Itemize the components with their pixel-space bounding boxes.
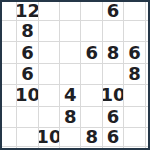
grid-cell-cutoff <box>103 147 124 148</box>
grid-cell-r5c4[interactable]: 4 <box>60 85 81 106</box>
grid-cell-r6c3[interactable] <box>39 107 60 128</box>
grid-cell-r1c2[interactable]: 12 <box>17 2 38 21</box>
grid-cell-r5c6[interactable]: 10 <box>103 85 124 106</box>
grid-cell-cutoff <box>146 2 148 21</box>
grid-cell-r3c2[interactable]: 6 <box>17 42 38 63</box>
grid-cell-r4c7[interactable]: 8 <box>124 64 146 85</box>
grid-cell-cutoff <box>146 64 148 85</box>
grid-cell-cutoff <box>60 147 81 148</box>
grid-cell-r3c7[interactable]: 6 <box>124 42 146 63</box>
grid-cell-r7c4[interactable] <box>60 128 81 147</box>
grid-cell-r6c7[interactable] <box>124 107 146 128</box>
grid-cell-r3c4[interactable] <box>60 42 81 63</box>
grid-cell-cutoff <box>17 147 38 148</box>
grid-cell-r5c7[interactable] <box>124 85 146 106</box>
grid-cell-r6c5[interactable] <box>81 107 102 128</box>
grid-cell-r3c3[interactable] <box>39 42 60 63</box>
grid-cell-r4c6[interactable] <box>103 64 124 85</box>
grid-cell-r4c2[interactable]: 6 <box>17 64 38 85</box>
grid-cell-r4c4[interactable] <box>60 64 81 85</box>
grid-cell-cutoff <box>146 42 148 63</box>
grid-cell-r2c6[interactable] <box>103 21 124 42</box>
grid-cell-r4c3[interactable] <box>39 64 60 85</box>
grid-cell-cutoff <box>146 85 148 106</box>
grid-cell-r5c3[interactable] <box>39 85 60 106</box>
grid-cell-r2c2[interactable]: 8 <box>17 21 38 42</box>
grid-cell-r3c6[interactable]: 8 <box>103 42 124 63</box>
grid-cell-r7c2[interactable] <box>17 128 38 147</box>
grid-cell-r7c6[interactable]: 6 <box>103 128 124 147</box>
grid-cell-r2c3[interactable] <box>39 21 60 42</box>
puzzle-frame: 126866866810410861086 <box>0 0 150 150</box>
grid-cell-r6c1[interactable] <box>2 107 17 128</box>
grid-cell-r3c1[interactable] <box>2 42 17 63</box>
grid-cell-r7c1[interactable] <box>2 128 17 147</box>
grid-cell-r1c4[interactable] <box>60 2 81 21</box>
grid-cell-cutoff <box>2 147 17 148</box>
puzzle-grid: 126866866810410861086 <box>2 2 148 148</box>
grid-cell-cutoff <box>146 21 148 42</box>
grid-cell-cutoff <box>146 128 148 147</box>
grid-cell-cutoff <box>146 107 148 128</box>
grid-cell-r7c3[interactable]: 10 <box>39 128 60 147</box>
grid-cell-r1c1[interactable] <box>2 2 17 21</box>
grid-cell-r5c1[interactable] <box>2 85 17 106</box>
grid-cell-r5c5[interactable] <box>81 85 102 106</box>
grid-cell-r3c5[interactable]: 6 <box>81 42 102 63</box>
grid-cell-r2c7[interactable] <box>124 21 146 42</box>
grid-cell-r7c5[interactable]: 8 <box>81 128 102 147</box>
grid-cell-r1c6[interactable]: 6 <box>103 2 124 21</box>
grid-cell-r2c5[interactable] <box>81 21 102 42</box>
grid-cell-r2c4[interactable] <box>60 21 81 42</box>
grid-cell-cutoff <box>39 147 60 148</box>
grid-cell-r4c5[interactable] <box>81 64 102 85</box>
grid-cell-r1c3[interactable] <box>39 2 60 21</box>
grid-cell-r6c6[interactable]: 6 <box>103 107 124 128</box>
grid-cell-r2c1[interactable] <box>2 21 17 42</box>
grid-cell-cutoff <box>146 147 148 148</box>
grid-cell-r1c5[interactable] <box>81 2 102 21</box>
grid-cell-r5c2[interactable]: 10 <box>17 85 38 106</box>
grid-cell-cutoff <box>124 147 146 148</box>
grid-cell-r1c7[interactable] <box>124 2 146 21</box>
grid-cell-r6c2[interactable] <box>17 107 38 128</box>
grid-cell-r7c7[interactable] <box>124 128 146 147</box>
grid-cell-r4c1[interactable] <box>2 64 17 85</box>
grid-cell-cutoff <box>81 147 102 148</box>
grid-cell-r6c4[interactable]: 8 <box>60 107 81 128</box>
